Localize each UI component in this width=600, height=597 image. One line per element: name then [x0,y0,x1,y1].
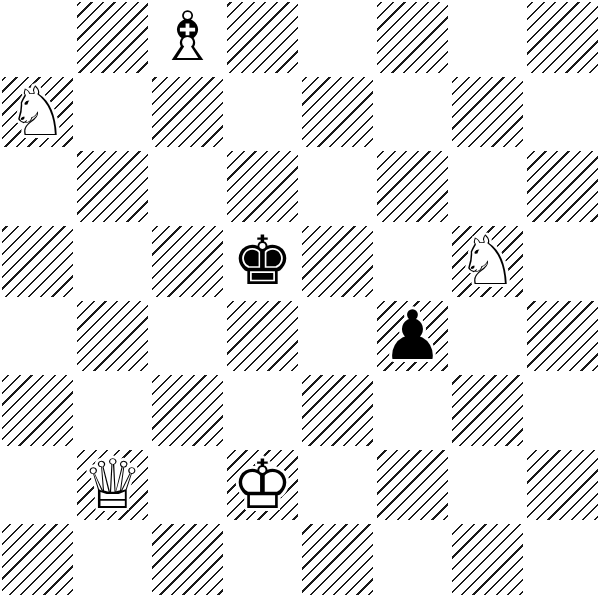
square-f5[interactable] [375,224,450,299]
square-g2[interactable] [450,448,525,523]
square-e7[interactable] [300,75,375,150]
square-e2[interactable] [300,448,375,523]
square-d3[interactable] [225,373,300,448]
square-e6[interactable] [300,149,375,224]
square-h3[interactable] [525,373,600,448]
square-h5[interactable] [525,224,600,299]
square-b2[interactable]: ♛♕ [75,448,150,523]
square-a4[interactable] [0,299,75,374]
square-d6[interactable] [225,149,300,224]
square-h1[interactable] [525,522,600,597]
square-c1[interactable] [150,522,225,597]
piece-white-king[interactable]: ♚♔ [225,448,300,523]
square-g1[interactable] [450,522,525,597]
square-c7[interactable] [150,75,225,150]
square-a3[interactable] [0,373,75,448]
square-h4[interactable] [525,299,600,374]
square-f8[interactable] [375,0,450,75]
piece-white-queen[interactable]: ♛♕ [75,448,150,523]
piece-white-knight[interactable]: ♞♘ [0,75,75,150]
square-h8[interactable] [525,0,600,75]
square-g3[interactable] [450,373,525,448]
square-h7[interactable] [525,75,600,150]
square-c3[interactable] [150,373,225,448]
square-c4[interactable] [150,299,225,374]
square-c6[interactable] [150,149,225,224]
square-a5[interactable] [0,224,75,299]
square-d7[interactable] [225,75,300,150]
square-f2[interactable] [375,448,450,523]
square-h2[interactable] [525,448,600,523]
black-king-icon: ♚ [232,227,293,295]
white-knight-icon: ♘ [7,78,68,146]
square-f1[interactable] [375,522,450,597]
square-e8[interactable] [300,0,375,75]
square-g7[interactable] [450,75,525,150]
square-d4[interactable] [225,299,300,374]
square-d5[interactable]: ♚♚ [225,224,300,299]
square-b4[interactable] [75,299,150,374]
square-a7[interactable]: ♞♘ [0,75,75,150]
square-g8[interactable] [450,0,525,75]
square-e5[interactable] [300,224,375,299]
square-b7[interactable] [75,75,150,150]
square-d8[interactable] [225,0,300,75]
white-king-icon: ♔ [232,451,293,519]
square-a8[interactable] [0,0,75,75]
square-g4[interactable] [450,299,525,374]
square-e1[interactable] [300,522,375,597]
piece-black-king[interactable]: ♚♚ [225,224,300,299]
square-c5[interactable] [150,224,225,299]
square-f4[interactable]: ♟♟ [375,299,450,374]
square-c2[interactable] [150,448,225,523]
square-c8[interactable]: ♝♗ [150,0,225,75]
square-f3[interactable] [375,373,450,448]
square-a2[interactable] [0,448,75,523]
square-a1[interactable] [0,522,75,597]
square-h6[interactable] [525,149,600,224]
square-f6[interactable] [375,149,450,224]
white-queen-icon: ♕ [82,451,143,519]
chess-board: ♝♗♞♘♚♚♞♘♟♟♛♕♚♔ [0,0,600,597]
square-d1[interactable] [225,522,300,597]
black-pawn-icon: ♟ [382,302,443,370]
piece-black-pawn[interactable]: ♟♟ [375,299,450,374]
square-b5[interactable] [75,224,150,299]
white-knight-icon: ♘ [457,227,518,295]
piece-white-bishop[interactable]: ♝♗ [150,0,225,75]
square-b6[interactable] [75,149,150,224]
square-e3[interactable] [300,373,375,448]
piece-white-knight[interactable]: ♞♘ [450,224,525,299]
square-g6[interactable] [450,149,525,224]
square-e4[interactable] [300,299,375,374]
square-b8[interactable] [75,0,150,75]
square-b3[interactable] [75,373,150,448]
square-g5[interactable]: ♞♘ [450,224,525,299]
white-bishop-icon: ♗ [157,3,218,71]
square-d2[interactable]: ♚♔ [225,448,300,523]
square-b1[interactable] [75,522,150,597]
square-a6[interactable] [0,149,75,224]
square-f7[interactable] [375,75,450,150]
